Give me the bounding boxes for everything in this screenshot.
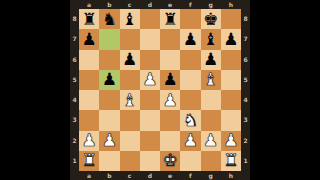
- square-h6[interactable]: [221, 50, 241, 70]
- rank-label-3-left: 3: [70, 110, 79, 130]
- rank-label-2-left: 2: [70, 131, 79, 151]
- board-frame-corner: [241, 171, 250, 180]
- square-d6[interactable]: [140, 50, 160, 70]
- piece-white-pawn: ♟: [223, 132, 238, 149]
- square-f8[interactable]: [180, 9, 200, 29]
- square-e2[interactable]: [160, 131, 180, 151]
- square-a5[interactable]: [79, 70, 99, 90]
- rank-label-2-right: 2: [241, 131, 250, 151]
- square-c8[interactable]: ♝: [120, 9, 140, 29]
- piece-white-king: ♚: [163, 152, 178, 169]
- piece-white-pawn: ♟: [163, 91, 178, 108]
- square-b2[interactable]: ♟: [99, 131, 119, 151]
- piece-white-pawn: ♟: [203, 132, 218, 149]
- square-e4[interactable]: ♟: [160, 90, 180, 110]
- rank-label-4-left: 4: [70, 90, 79, 110]
- piece-white-pawn: ♟: [183, 132, 198, 149]
- file-label-g-bottom: g: [201, 171, 221, 180]
- square-a3[interactable]: [79, 110, 99, 130]
- board-frame-corner: [241, 0, 250, 9]
- piece-black-pawn: ♟: [183, 30, 198, 47]
- square-b8[interactable]: ♞: [99, 9, 119, 29]
- square-c3[interactable]: [120, 110, 140, 130]
- piece-black-pawn: ♟: [102, 71, 117, 88]
- rank-label-7-right: 7: [241, 29, 250, 49]
- square-h2[interactable]: ♟: [221, 131, 241, 151]
- piece-black-bishop: ♝: [122, 10, 137, 27]
- square-b6[interactable]: [99, 50, 119, 70]
- square-h5[interactable]: [221, 70, 241, 90]
- rank-label-8-right: 8: [241, 9, 250, 29]
- square-e7[interactable]: [160, 29, 180, 49]
- square-b4[interactable]: [99, 90, 119, 110]
- piece-white-bishop: ♝: [122, 91, 137, 108]
- square-d7[interactable]: [140, 29, 160, 49]
- piece-white-pawn: ♟: [82, 132, 97, 149]
- square-c1[interactable]: [120, 151, 140, 171]
- file-label-h-bottom: h: [221, 171, 241, 180]
- file-label-b-bottom: b: [99, 171, 119, 180]
- rank-label-1-right: 1: [241, 151, 250, 171]
- piece-white-knight: ♞: [183, 111, 198, 128]
- square-b5[interactable]: ♟: [99, 70, 119, 90]
- square-d4[interactable]: [140, 90, 160, 110]
- square-d3[interactable]: [140, 110, 160, 130]
- square-c4[interactable]: ♝: [120, 90, 140, 110]
- square-c5[interactable]: [120, 70, 140, 90]
- rank-label-5-left: 5: [70, 70, 79, 90]
- square-d1[interactable]: [140, 151, 160, 171]
- square-a7[interactable]: ♟: [79, 29, 99, 49]
- square-b7[interactable]: [99, 29, 119, 49]
- square-c7[interactable]: [120, 29, 140, 49]
- piece-black-king: ♚: [203, 10, 218, 27]
- square-f5[interactable]: [180, 70, 200, 90]
- piece-black-rook: ♜: [82, 10, 97, 27]
- square-g3[interactable]: [201, 110, 221, 130]
- square-a4[interactable]: [79, 90, 99, 110]
- file-label-e-bottom: e: [160, 171, 180, 180]
- piece-white-pawn: ♟: [142, 71, 157, 88]
- rank-label-8-left: 8: [70, 9, 79, 29]
- piece-white-pawn: ♟: [102, 132, 117, 149]
- square-b1[interactable]: [99, 151, 119, 171]
- square-b3[interactable]: [99, 110, 119, 130]
- square-a6[interactable]: [79, 50, 99, 70]
- piece-black-knight: ♞: [102, 10, 117, 27]
- board-frame-corner: [70, 171, 79, 180]
- chess-board: abcdefgh8♜♞♝♜♚87♟♟♝♟76♟♟65♟♟♟♝54♝♟43♞32♟…: [70, 0, 250, 180]
- square-g7[interactable]: ♝: [201, 29, 221, 49]
- file-label-d-bottom: d: [140, 171, 160, 180]
- file-label-c-bottom: c: [120, 171, 140, 180]
- piece-white-bishop: ♝: [203, 71, 218, 88]
- file-label-f-bottom: f: [180, 171, 200, 180]
- square-g4[interactable]: [201, 90, 221, 110]
- file-label-f-top: f: [180, 0, 200, 9]
- piece-black-pawn: ♟: [223, 30, 238, 47]
- square-e5[interactable]: ♟: [160, 70, 180, 90]
- square-e6[interactable]: [160, 50, 180, 70]
- square-e8[interactable]: ♜: [160, 9, 180, 29]
- square-a8[interactable]: ♜: [79, 9, 99, 29]
- square-h4[interactable]: [221, 90, 241, 110]
- piece-white-rook: ♜: [82, 152, 97, 169]
- square-f7[interactable]: ♟: [180, 29, 200, 49]
- square-a2[interactable]: ♟: [79, 131, 99, 151]
- square-f4[interactable]: [180, 90, 200, 110]
- board-frame-corner: [70, 0, 79, 9]
- piece-black-pawn: ♟: [203, 51, 218, 68]
- square-h7[interactable]: ♟: [221, 29, 241, 49]
- file-label-a-bottom: a: [79, 171, 99, 180]
- piece-black-pawn: ♟: [82, 30, 97, 47]
- square-h3[interactable]: [221, 110, 241, 130]
- file-label-d-top: d: [140, 0, 160, 9]
- square-f3[interactable]: ♞: [180, 110, 200, 130]
- square-e1[interactable]: ♚: [160, 151, 180, 171]
- square-g6[interactable]: ♟: [201, 50, 221, 70]
- square-a1[interactable]: ♜: [79, 151, 99, 171]
- square-d5[interactable]: ♟: [140, 70, 160, 90]
- chess-board-frame: abcdefgh8♜♞♝♜♚87♟♟♝♟76♟♟65♟♟♟♝54♝♟43♞32♟…: [70, 0, 250, 180]
- piece-black-pawn: ♟: [163, 71, 178, 88]
- rank-label-6-right: 6: [241, 50, 250, 70]
- square-c2[interactable]: [120, 131, 140, 151]
- square-f2[interactable]: ♟: [180, 131, 200, 151]
- piece-black-bishop: ♝: [203, 30, 218, 47]
- square-f1[interactable]: [180, 151, 200, 171]
- piece-white-rook: ♜: [223, 152, 238, 169]
- piece-black-pawn: ♟: [122, 51, 137, 68]
- rank-label-4-right: 4: [241, 90, 250, 110]
- square-g2[interactable]: ♟: [201, 131, 221, 151]
- rank-label-6-left: 6: [70, 50, 79, 70]
- square-g1[interactable]: [201, 151, 221, 171]
- rank-label-1-left: 1: [70, 151, 79, 171]
- rank-label-7-left: 7: [70, 29, 79, 49]
- square-g5[interactable]: ♝: [201, 70, 221, 90]
- file-label-h-top: h: [221, 0, 241, 9]
- piece-black-rook: ♜: [163, 10, 178, 27]
- rank-label-3-right: 3: [241, 110, 250, 130]
- square-e3[interactable]: [160, 110, 180, 130]
- square-g8[interactable]: ♚: [201, 9, 221, 29]
- square-f6[interactable]: [180, 50, 200, 70]
- square-d2[interactable]: [140, 131, 160, 151]
- square-c6[interactable]: ♟: [120, 50, 140, 70]
- rank-label-5-right: 5: [241, 70, 250, 90]
- square-h8[interactable]: [221, 9, 241, 29]
- square-d8[interactable]: [140, 9, 160, 29]
- square-h1[interactable]: ♜: [221, 151, 241, 171]
